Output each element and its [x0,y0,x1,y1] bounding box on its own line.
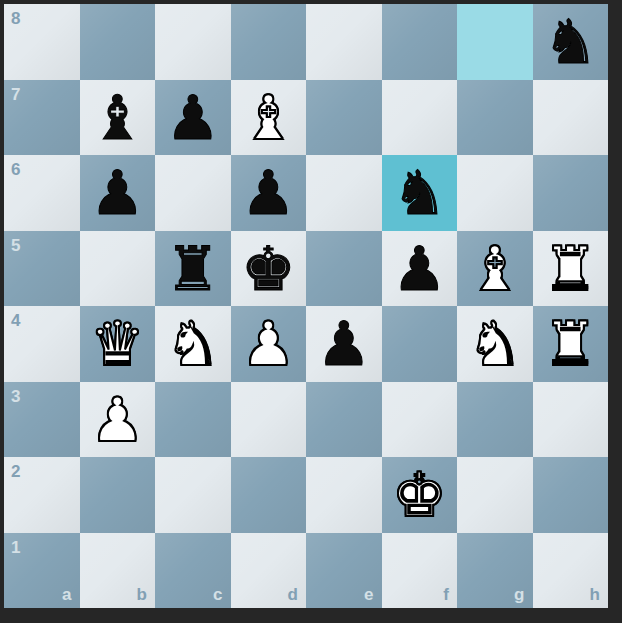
square-f8[interactable] [382,4,458,80]
square-d1[interactable]: d [231,533,307,609]
rank-label-8: 8 [11,9,20,29]
rank-label-3: 3 [11,387,20,407]
square-c1[interactable]: c [155,533,231,609]
square-b5[interactable] [80,231,156,307]
square-g5[interactable]: ♝ [457,231,533,307]
square-f5[interactable]: ♟ [382,231,458,307]
chess-board: 8♞7♝♟♝6♟♟♞5♜♚♟♝♜4♛♞♟♟♞♜3♟2♚1abcdefgh [4,4,608,608]
square-f2[interactable]: ♚ [382,457,458,533]
file-label-h: h [590,585,600,605]
rank-label-7: 7 [11,85,20,105]
file-label-f: f [443,585,449,605]
piece-black-knight[interactable]: ♞ [392,162,447,223]
board-frame: 8♞7♝♟♝6♟♟♞5♜♚♟♝♜4♛♞♟♟♞♜3♟2♚1abcdefgh [0,0,622,623]
square-f3[interactable] [382,382,458,458]
rank-label-1: 1 [11,538,20,558]
square-e2[interactable] [306,457,382,533]
piece-black-pawn[interactable]: ♟ [165,87,220,148]
square-d6[interactable]: ♟ [231,155,307,231]
piece-black-king[interactable]: ♚ [241,238,296,299]
square-g4[interactable]: ♞ [457,306,533,382]
piece-black-pawn[interactable]: ♟ [316,313,371,374]
square-c5[interactable]: ♜ [155,231,231,307]
square-e7[interactable] [306,80,382,156]
square-c3[interactable] [155,382,231,458]
piece-white-bishop[interactable]: ♝ [467,238,522,299]
square-f1[interactable]: f [382,533,458,609]
piece-white-knight[interactable]: ♞ [165,313,220,374]
square-a4[interactable]: 4 [4,306,80,382]
square-f4[interactable] [382,306,458,382]
square-d8[interactable] [231,4,307,80]
square-a3[interactable]: 3 [4,382,80,458]
square-e3[interactable] [306,382,382,458]
square-g7[interactable] [457,80,533,156]
piece-white-pawn[interactable]: ♟ [90,389,145,450]
piece-white-queen[interactable]: ♛ [90,313,145,374]
square-h1[interactable]: h [533,533,609,609]
square-g2[interactable] [457,457,533,533]
file-label-a: a [62,585,71,605]
square-h2[interactable] [533,457,609,533]
square-b2[interactable] [80,457,156,533]
piece-white-king[interactable]: ♚ [392,464,447,525]
square-e8[interactable] [306,4,382,80]
square-b3[interactable]: ♟ [80,382,156,458]
square-d4[interactable]: ♟ [231,306,307,382]
square-a5[interactable]: 5 [4,231,80,307]
file-label-b: b [137,585,147,605]
square-b7[interactable]: ♝ [80,80,156,156]
square-c7[interactable]: ♟ [155,80,231,156]
rank-label-2: 2 [11,462,20,482]
square-h8[interactable]: ♞ [533,4,609,80]
square-e6[interactable] [306,155,382,231]
piece-white-pawn[interactable]: ♟ [241,313,296,374]
square-g8[interactable] [457,4,533,80]
piece-white-rook[interactable]: ♜ [543,313,598,374]
square-h4[interactable]: ♜ [533,306,609,382]
square-h5[interactable]: ♜ [533,231,609,307]
piece-white-knight[interactable]: ♞ [467,313,522,374]
piece-black-pawn[interactable]: ♟ [392,238,447,299]
square-e4[interactable]: ♟ [306,306,382,382]
square-a2[interactable]: 2 [4,457,80,533]
file-label-c: c [213,585,222,605]
piece-black-bishop[interactable]: ♝ [90,87,145,148]
square-g3[interactable] [457,382,533,458]
rank-label-4: 4 [11,311,20,331]
square-e5[interactable] [306,231,382,307]
rank-label-5: 5 [11,236,20,256]
square-e1[interactable]: e [306,533,382,609]
square-d2[interactable] [231,457,307,533]
square-g6[interactable] [457,155,533,231]
square-f7[interactable] [382,80,458,156]
square-h3[interactable] [533,382,609,458]
piece-white-bishop[interactable]: ♝ [241,87,296,148]
square-d5[interactable]: ♚ [231,231,307,307]
square-c2[interactable] [155,457,231,533]
piece-black-pawn[interactable]: ♟ [241,162,296,223]
file-label-g: g [514,585,524,605]
square-d7[interactable]: ♝ [231,80,307,156]
square-h6[interactable] [533,155,609,231]
square-c4[interactable]: ♞ [155,306,231,382]
file-label-d: d [288,585,298,605]
square-f6[interactable]: ♞ [382,155,458,231]
piece-black-knight[interactable]: ♞ [543,11,598,72]
piece-white-rook[interactable]: ♜ [543,238,598,299]
square-h7[interactable] [533,80,609,156]
square-b1[interactable]: b [80,533,156,609]
square-a7[interactable]: 7 [4,80,80,156]
piece-black-pawn[interactable]: ♟ [90,162,145,223]
square-c6[interactable] [155,155,231,231]
square-b6[interactable]: ♟ [80,155,156,231]
piece-black-rook[interactable]: ♜ [165,238,220,299]
square-a1[interactable]: 1a [4,533,80,609]
square-c8[interactable] [155,4,231,80]
square-a8[interactable]: 8 [4,4,80,80]
square-b4[interactable]: ♛ [80,306,156,382]
square-a6[interactable]: 6 [4,155,80,231]
file-label-e: e [364,585,373,605]
square-d3[interactable] [231,382,307,458]
square-g1[interactable]: g [457,533,533,609]
rank-label-6: 6 [11,160,20,180]
square-b8[interactable] [80,4,156,80]
